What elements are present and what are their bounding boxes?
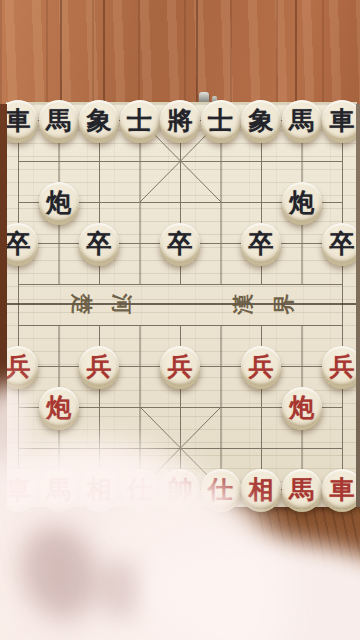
floor-edge-left [0,104,7,507]
piece-red-兵-f4r6[interactable]: 兵 [160,346,200,386]
piece-red-炮-f1r7[interactable]: 炮 [39,387,79,427]
piece-black-卒-f8r3[interactable]: 卒 [322,223,360,263]
piece-black-士-f5r0[interactable]: 士 [201,100,241,140]
piece-black-車-f8r0[interactable]: 車 [322,100,360,140]
piece-black-馬-f7r0[interactable]: 馬 [282,100,322,140]
piece-black-炮-f7r2[interactable]: 炮 [282,182,322,222]
piece-black-馬-f1r0[interactable]: 馬 [39,100,79,140]
piece-red-相-f6r9[interactable]: 相 [241,469,281,509]
piece-red-兵-f8r6[interactable]: 兵 [322,346,360,386]
piece-black-卒-f4r3[interactable]: 卒 [160,223,200,263]
piece-red-兵-f6r6[interactable]: 兵 [241,346,281,386]
xiangqi-board[interactable]: 楚 河 漢 界 車馬象士將士象馬車炮炮卒卒卒卒卒兵兵兵兵兵炮炮車馬相仕帥仕相馬車 [6,104,357,507]
floor-edge-right [356,104,360,507]
piece-red-馬-f1r9[interactable]: 馬 [39,469,79,509]
piece-black-象-f6r0[interactable]: 象 [241,100,281,140]
piece-red-帥-f4r9[interactable]: 帥 [160,469,200,509]
scene: 楚 河 漢 界 車馬象士將士象馬車炮炮卒卒卒卒卒兵兵兵兵兵炮炮車馬相仕帥仕相馬車 [0,0,360,640]
piece-red-炮-f7r7[interactable]: 炮 [282,387,322,427]
piece-red-相-f2r9[interactable]: 相 [79,469,119,509]
piece-red-車-f8r9[interactable]: 車 [322,469,360,509]
piece-black-卒-f2r3[interactable]: 卒 [79,223,119,263]
pieces-layer: 車馬象士將士象馬車炮炮卒卒卒卒卒兵兵兵兵兵炮炮車馬相仕帥仕相馬車 [6,104,357,507]
wood-floor [0,500,360,640]
piece-black-炮-f1r2[interactable]: 炮 [39,182,79,222]
piece-red-仕-f3r9[interactable]: 仕 [120,469,160,509]
piece-red-馬-f7r9[interactable]: 馬 [282,469,322,509]
piece-black-將-f4r0[interactable]: 將 [160,100,200,140]
piece-black-卒-f6r3[interactable]: 卒 [241,223,281,263]
piece-red-兵-f2r6[interactable]: 兵 [79,346,119,386]
piece-black-士-f3r0[interactable]: 士 [120,100,160,140]
piece-red-仕-f5r9[interactable]: 仕 [201,469,241,509]
piece-black-象-f2r0[interactable]: 象 [79,100,119,140]
